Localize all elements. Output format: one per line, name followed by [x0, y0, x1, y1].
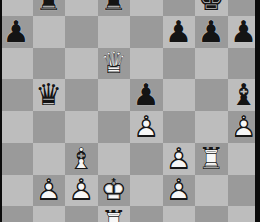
- square-f6[interactable]: [163, 48, 196, 80]
- square-c1[interactable]: [65, 206, 98, 222]
- square-f3[interactable]: ♟♙: [163, 143, 196, 175]
- square-f7[interactable]: ♟: [163, 16, 196, 48]
- pawn-icon: ♙: [33, 175, 65, 206]
- square-e8[interactable]: [130, 0, 163, 16]
- king-icon: ♔: [98, 175, 130, 206]
- pawn-icon: ♙: [163, 143, 195, 174]
- piece-white-queen-d6[interactable]: ♛♕: [98, 48, 130, 79]
- square-e2[interactable]: [130, 175, 163, 207]
- pawn-icon: ♟: [130, 80, 162, 111]
- square-b8[interactable]: ♜: [33, 0, 66, 16]
- square-b1[interactable]: [33, 206, 66, 222]
- pawn-icon: ♙: [163, 175, 195, 206]
- square-c6[interactable]: [65, 48, 98, 80]
- square-g7[interactable]: ♟: [195, 16, 228, 48]
- queen-icon: ♛: [33, 80, 65, 111]
- piece-black-pawn-e5[interactable]: ♟: [130, 80, 162, 111]
- piece-white-pawn-b2[interactable]: ♟♙: [33, 175, 65, 206]
- square-a4[interactable]: [0, 111, 33, 143]
- piece-black-pawn-f7[interactable]: ♟: [163, 16, 195, 47]
- square-g4[interactable]: [195, 111, 228, 143]
- board-right-border: [255, 0, 260, 222]
- square-f1[interactable]: [163, 206, 196, 222]
- square-d1[interactable]: ♜♖: [98, 206, 131, 222]
- square-b5[interactable]: ♛: [33, 79, 66, 111]
- square-a1[interactable]: [0, 206, 33, 222]
- piece-white-bishop-c3[interactable]: ♝♗: [65, 143, 97, 174]
- square-e1[interactable]: [130, 206, 163, 222]
- square-d4[interactable]: [98, 111, 131, 143]
- rook-icon: ♖: [98, 207, 130, 222]
- square-e6[interactable]: [130, 48, 163, 80]
- rook-icon: ♜: [98, 0, 130, 15]
- square-b3[interactable]: [33, 143, 66, 175]
- rook-icon: ♜: [33, 0, 65, 15]
- piece-white-rook-g3[interactable]: ♜♖: [195, 143, 227, 174]
- square-a5[interactable]: [0, 79, 33, 111]
- square-f4[interactable]: [163, 111, 196, 143]
- square-a2[interactable]: [0, 175, 33, 207]
- piece-black-pawn-a7[interactable]: ♟: [0, 16, 32, 47]
- square-b7[interactable]: [33, 16, 66, 48]
- square-e7[interactable]: [130, 16, 163, 48]
- bishop-icon: ♗: [65, 143, 97, 174]
- square-c5[interactable]: [65, 79, 98, 111]
- piece-white-rook-d1[interactable]: ♜♖: [98, 207, 130, 222]
- piece-white-king-d2[interactable]: ♚♔: [98, 175, 130, 206]
- square-e3[interactable]: [130, 143, 163, 175]
- chess-board-screenshot: ♜♜♚♟♟♟♟♛♕♛♟♝♟♙♟♙♝♗♟♙♜♖♟♙♟♙♚♔♟♙♜♖: [0, 0, 260, 222]
- square-f2[interactable]: ♟♙: [163, 175, 196, 207]
- square-g2[interactable]: [195, 175, 228, 207]
- board-left-border: [0, 0, 2, 222]
- square-g6[interactable]: [195, 48, 228, 80]
- piece-black-pawn-g7[interactable]: ♟: [195, 16, 227, 47]
- square-d6[interactable]: ♛♕: [98, 48, 131, 80]
- square-b4[interactable]: [33, 111, 66, 143]
- square-c7[interactable]: [65, 16, 98, 48]
- square-c4[interactable]: [65, 111, 98, 143]
- square-e5[interactable]: ♟: [130, 79, 163, 111]
- square-b2[interactable]: ♟♙: [33, 175, 66, 207]
- square-e4[interactable]: ♟♙: [130, 111, 163, 143]
- square-c2[interactable]: ♟♙: [65, 175, 98, 207]
- square-d3[interactable]: [98, 143, 131, 175]
- square-d2[interactable]: ♚♔: [98, 175, 131, 207]
- piece-black-queen-b5[interactable]: ♛: [33, 80, 65, 111]
- rook-icon: ♖: [195, 143, 227, 174]
- square-a6[interactable]: [0, 48, 33, 80]
- square-g3[interactable]: ♜♖: [195, 143, 228, 175]
- piece-white-pawn-f3[interactable]: ♟♙: [163, 143, 195, 174]
- square-a3[interactable]: [0, 143, 33, 175]
- square-a7[interactable]: ♟: [0, 16, 33, 48]
- square-f5[interactable]: [163, 79, 196, 111]
- pawn-icon: ♙: [65, 175, 97, 206]
- square-d5[interactable]: [98, 79, 131, 111]
- pawn-icon: ♟: [163, 16, 195, 47]
- square-g1[interactable]: [195, 206, 228, 222]
- square-d8[interactable]: ♜: [98, 0, 131, 16]
- piece-white-pawn-e4[interactable]: ♟♙: [130, 111, 162, 142]
- pawn-icon: ♟: [0, 16, 32, 47]
- square-c3[interactable]: ♝♗: [65, 143, 98, 175]
- chess-board: ♜♜♚♟♟♟♟♛♕♛♟♝♟♙♟♙♝♗♟♙♜♖♟♙♟♙♚♔♟♙♜♖: [0, 0, 260, 222]
- square-c8[interactable]: [65, 0, 98, 16]
- pawn-icon: ♙: [130, 111, 162, 142]
- piece-black-rook-d8[interactable]: ♜: [98, 0, 130, 15]
- square-d7[interactable]: [98, 16, 131, 48]
- piece-white-pawn-f2[interactable]: ♟♙: [163, 175, 195, 206]
- square-g5[interactable]: [195, 79, 228, 111]
- square-b6[interactable]: [33, 48, 66, 80]
- pawn-icon: ♟: [195, 16, 227, 47]
- piece-black-rook-b8[interactable]: ♜: [33, 0, 65, 15]
- piece-white-pawn-c2[interactable]: ♟♙: [65, 175, 97, 206]
- queen-icon: ♕: [98, 48, 130, 79]
